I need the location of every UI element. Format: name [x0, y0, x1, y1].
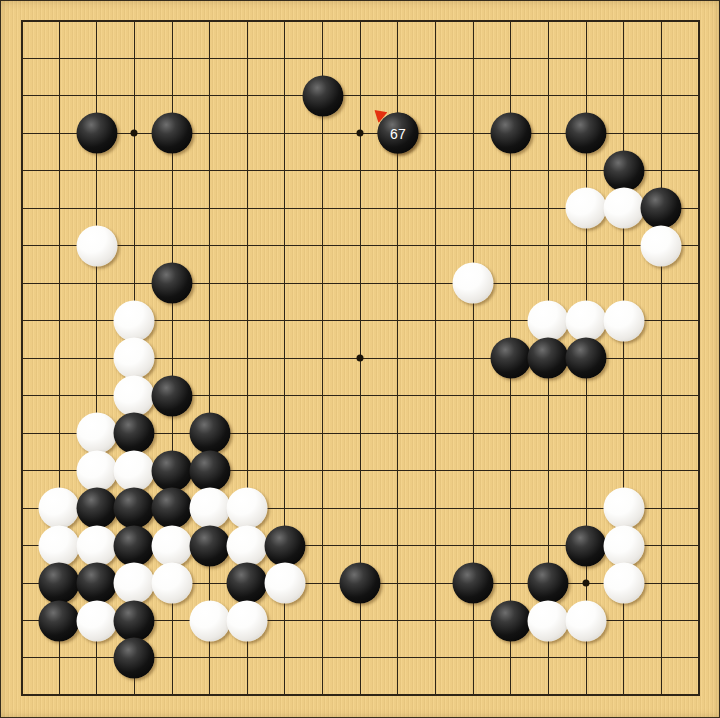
black-stone: [114, 413, 155, 454]
black-stone: [39, 563, 80, 604]
white-stone: [189, 600, 230, 641]
go-board[interactable]: 67: [0, 0, 720, 718]
white-stone: [189, 488, 230, 529]
black-stone: [114, 637, 155, 678]
white-stone: [528, 600, 569, 641]
white-stone: [76, 525, 117, 566]
black-stone: [603, 150, 644, 191]
last-move-stone: 67: [377, 113, 418, 154]
move-number-label: 67: [390, 126, 406, 140]
white-stone: [566, 188, 607, 229]
white-stone: [603, 188, 644, 229]
black-stone: [76, 488, 117, 529]
white-stone: [603, 563, 644, 604]
black-stone: [152, 488, 193, 529]
black-stone: [528, 338, 569, 379]
black-stone: [39, 600, 80, 641]
black-stone: [566, 525, 607, 566]
black-stone: [566, 338, 607, 379]
star-point: [583, 580, 590, 587]
white-stone: [76, 600, 117, 641]
black-stone: [189, 413, 230, 454]
black-stone: [114, 488, 155, 529]
star-point: [357, 130, 364, 137]
white-stone: [76, 413, 117, 454]
black-stone: [264, 525, 305, 566]
black-stone: [490, 600, 531, 641]
black-stone: [189, 450, 230, 491]
black-stone: [152, 450, 193, 491]
white-stone: [152, 525, 193, 566]
white-stone: [76, 450, 117, 491]
white-stone: [264, 563, 305, 604]
black-stone: [189, 525, 230, 566]
white-stone: [114, 338, 155, 379]
white-stone: [39, 525, 80, 566]
black-stone: [340, 563, 381, 604]
white-stone: [114, 300, 155, 341]
black-stone: [490, 113, 531, 154]
black-stone: [114, 600, 155, 641]
black-stone: [152, 113, 193, 154]
white-stone: [603, 488, 644, 529]
star-point: [357, 355, 364, 362]
star-point: [131, 130, 138, 137]
white-stone: [152, 563, 193, 604]
black-stone: [453, 563, 494, 604]
white-stone: [114, 375, 155, 416]
black-stone: [76, 563, 117, 604]
black-stone: [528, 563, 569, 604]
black-stone: [302, 75, 343, 116]
black-stone: [152, 263, 193, 304]
white-stone: [227, 488, 268, 529]
white-stone: [227, 600, 268, 641]
white-stone: [603, 525, 644, 566]
white-stone: [566, 600, 607, 641]
black-stone: [114, 525, 155, 566]
white-stone: [76, 225, 117, 266]
black-stone: [566, 113, 607, 154]
white-stone: [528, 300, 569, 341]
black-stone: [152, 375, 193, 416]
black-stone: [227, 563, 268, 604]
white-stone: [566, 300, 607, 341]
white-stone: [641, 225, 682, 266]
black-stone: [490, 338, 531, 379]
white-stone: [227, 525, 268, 566]
white-stone: [114, 450, 155, 491]
black-stone: [76, 113, 117, 154]
white-stone: [39, 488, 80, 529]
white-stone: [453, 263, 494, 304]
black-stone: [641, 188, 682, 229]
white-stone: [603, 300, 644, 341]
white-stone: [114, 563, 155, 604]
